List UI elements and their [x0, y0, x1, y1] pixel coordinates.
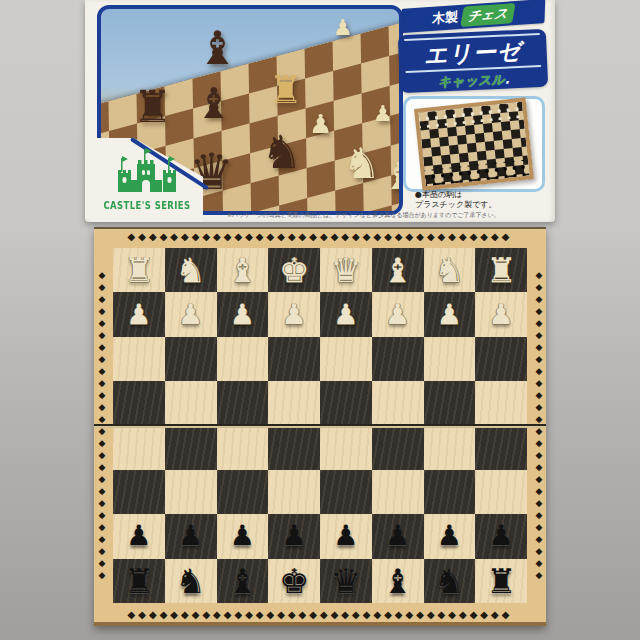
piece-bK: ♚ — [279, 564, 309, 598]
chess-board: ◆◆◆◆◆◆◆◆◆◆◆◆◆◆◆◆◆◆◆◆◆◆◆◆◆◆◆◆◆◆◆◆◆◆◆◆ ◆◆◆… — [94, 227, 546, 626]
game-label: チェス — [460, 3, 515, 27]
piece-bN: ♞ — [434, 564, 464, 598]
piece-bP: ♟ — [230, 522, 255, 550]
photo-piece: ♜ — [133, 85, 172, 129]
inset-folded-board — [414, 97, 534, 190]
board-square: ♟ — [217, 292, 269, 336]
inset-black-pieces — [424, 159, 529, 186]
board-square: ♟ — [113, 292, 165, 336]
board-square: ♚ — [268, 559, 320, 603]
piece-wR: ♜ — [124, 253, 154, 287]
photo-piece: ♞ — [261, 129, 302, 175]
board-square — [113, 381, 165, 425]
inset-note-line1: ●本品の駒は — [415, 190, 497, 200]
board-square — [165, 470, 217, 514]
piece-wN: ♞ — [175, 253, 205, 287]
piece-wP: ♟ — [230, 301, 255, 329]
series-label: CASTLE'S SERIES — [99, 200, 195, 212]
board-square — [268, 426, 320, 470]
board-square: ♞ — [165, 559, 217, 603]
inset-note-line2: プラスチック製です。 — [415, 200, 497, 210]
piece-bN: ♞ — [175, 564, 205, 598]
piece-bP: ♟ — [437, 522, 462, 550]
board-square: ♟ — [372, 292, 424, 336]
castle-series-logo: CASTLE'S SERIES — [99, 146, 195, 211]
piece-wP: ♟ — [282, 301, 307, 329]
board-square: ♟ — [475, 514, 527, 558]
piece-bP: ♟ — [385, 522, 410, 550]
photo-piece: ♟ — [373, 103, 393, 125]
piece-bB: ♝ — [227, 564, 257, 598]
board-square — [320, 381, 372, 425]
piece-bQ: ♛ — [331, 564, 361, 598]
board-square: ♟ — [475, 292, 527, 336]
piece-wN: ♞ — [434, 253, 464, 287]
board-square — [165, 337, 217, 381]
board-square — [475, 381, 527, 425]
board-square — [320, 470, 372, 514]
board-square: ♟ — [372, 514, 424, 558]
board-square: ♛ — [320, 559, 372, 603]
board-square: ♚ — [268, 248, 320, 292]
piece-wP: ♟ — [489, 301, 514, 329]
board-square — [268, 381, 320, 425]
piece-bR: ♜ — [486, 564, 516, 598]
board-square — [165, 381, 217, 425]
brand-band: 木製 チェス — [401, 0, 545, 33]
board-square — [424, 426, 476, 470]
piece-wB: ♝ — [227, 253, 257, 287]
piece-wR: ♜ — [486, 253, 516, 287]
board-square — [424, 470, 476, 514]
board-square — [217, 470, 269, 514]
photo-piece: ♟ — [309, 111, 332, 137]
board-square — [372, 381, 424, 425]
board-square: ♞ — [424, 559, 476, 603]
photo-piece: ♜ — [269, 71, 303, 109]
board-square — [217, 426, 269, 470]
board-square: ♜ — [113, 248, 165, 292]
board-square: ♝ — [372, 248, 424, 292]
board-square — [113, 337, 165, 381]
board-square — [424, 337, 476, 381]
photo-piece: ♝ — [195, 83, 233, 125]
piece-wQ: ♛ — [331, 253, 361, 287]
piece-wP: ♟ — [385, 301, 410, 329]
photo-piece: ♝ — [383, 157, 403, 195]
board-square: ♜ — [475, 559, 527, 603]
fine-print: ※パッケージの写真と実際の商品とは、デザインなど多少異なる場合がありますのでご了… — [227, 211, 547, 220]
board-square: ♜ — [113, 559, 165, 603]
board-square: ♝ — [217, 559, 269, 603]
product-name-band: エリーゼ キャッスル. — [398, 29, 548, 93]
board-square — [372, 470, 424, 514]
board-square: ♛ — [320, 248, 372, 292]
board-square — [268, 470, 320, 514]
board-square: ♟ — [320, 514, 372, 558]
photo-piece: ♝ — [197, 25, 238, 71]
photo-piece: ♟ — [333, 17, 353, 39]
board-square: ♝ — [372, 559, 424, 603]
board-square — [475, 337, 527, 381]
product-name: エリーゼ — [398, 38, 547, 67]
board-square — [113, 426, 165, 470]
castle-icon — [116, 181, 178, 200]
product-subname: キャッスル. — [400, 71, 548, 90]
board-square: ♟ — [320, 292, 372, 336]
piece-bP: ♟ — [126, 522, 151, 550]
product-box: ♝♟♜♝♜♟♞♛♟♞♝ — [85, 0, 555, 222]
board-square — [113, 470, 165, 514]
piece-wP: ♟ — [333, 301, 358, 329]
inset-note: ●本品の駒は プラスチック製です。 — [415, 190, 497, 211]
piece-wP: ♟ — [126, 301, 151, 329]
photo-piece: ♞ — [343, 143, 381, 185]
board-square: ♟ — [424, 292, 476, 336]
inset-photo-panel — [403, 96, 545, 192]
board-square: ♟ — [424, 514, 476, 558]
piece-wP: ♟ — [178, 301, 203, 329]
material-label: 木製 — [432, 8, 459, 28]
piece-bP: ♟ — [282, 522, 307, 550]
board-square — [475, 470, 527, 514]
board-square: ♜ — [475, 248, 527, 292]
product-subname-text: キャッスル — [438, 72, 505, 90]
piece-bP: ♟ — [178, 522, 203, 550]
board-square: ♝ — [217, 248, 269, 292]
board-square — [372, 337, 424, 381]
piece-wK: ♚ — [279, 253, 309, 287]
piece-wB: ♝ — [382, 253, 412, 287]
inset-white-pieces — [418, 102, 523, 129]
board-square: ♟ — [217, 514, 269, 558]
board-square: ♞ — [165, 248, 217, 292]
board-square — [320, 426, 372, 470]
piece-bR: ♜ — [124, 564, 154, 598]
board-fold-seam — [94, 424, 546, 428]
board-square: ♟ — [268, 514, 320, 558]
board-square — [475, 426, 527, 470]
piece-bP: ♟ — [489, 522, 514, 550]
product-subname-period: . — [504, 71, 510, 86]
board-square — [372, 426, 424, 470]
piece-bB: ♝ — [382, 564, 412, 598]
board-square: ♟ — [268, 292, 320, 336]
border-pattern-bottom: ◆◆◆◆◆◆◆◆◆◆◆◆◆◆◆◆◆◆◆◆◆◆◆◆◆◆◆◆◆◆◆◆◆◆◆◆ — [94, 607, 546, 622]
board-square — [217, 381, 269, 425]
border-pattern-top: ◆◆◆◆◆◆◆◆◆◆◆◆◆◆◆◆◆◆◆◆◆◆◆◆◆◆◆◆◆◆◆◆◆◆◆◆ — [94, 229, 546, 244]
board-square: ♟ — [165, 514, 217, 558]
board-square — [217, 337, 269, 381]
board-square — [268, 337, 320, 381]
board-square: ♟ — [165, 292, 217, 336]
board-square — [320, 337, 372, 381]
piece-bP: ♟ — [333, 522, 358, 550]
board-square — [424, 381, 476, 425]
board-square — [165, 426, 217, 470]
board-square: ♟ — [113, 514, 165, 558]
board-square: ♞ — [424, 248, 476, 292]
piece-wP: ♟ — [437, 301, 462, 329]
